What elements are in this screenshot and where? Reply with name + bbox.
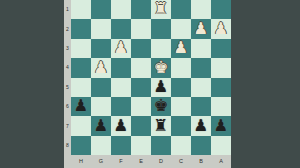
app-screen: 12345678 ♜♟♟♟♟♟♚♟♟♚♟♟♜♟♟ HGFEDCBA — [0, 0, 300, 168]
square-a4[interactable] — [211, 58, 231, 77]
board[interactable]: ♜♟♟♟♟♟♚♟♟♚♟♟♜♟♟ — [71, 0, 231, 155]
square-f2[interactable] — [111, 19, 131, 38]
square-d8[interactable] — [151, 136, 171, 155]
black-pawn-b7[interactable]: ♟ — [194, 117, 209, 134]
rank-label-5: 5 — [64, 78, 71, 97]
square-g5[interactable] — [91, 78, 111, 97]
white-pawn-a2[interactable]: ♟ — [214, 20, 229, 37]
square-e4[interactable] — [131, 58, 151, 77]
square-g1[interactable] — [91, 0, 111, 19]
square-b7[interactable]: ♟ — [191, 116, 211, 135]
square-f7[interactable]: ♟ — [111, 116, 131, 135]
square-h3[interactable] — [71, 39, 91, 58]
file-label-b: B — [191, 159, 211, 165]
square-e5[interactable] — [131, 78, 151, 97]
square-h2[interactable] — [71, 19, 91, 38]
square-g4[interactable]: ♟ — [91, 58, 111, 77]
square-b3[interactable] — [191, 39, 211, 58]
file-label-a: A — [211, 159, 231, 165]
file-label-g: G — [91, 159, 111, 165]
square-b6[interactable] — [191, 97, 211, 116]
square-f8[interactable] — [111, 136, 131, 155]
square-a2[interactable]: ♟ — [211, 19, 231, 38]
square-g6[interactable] — [91, 97, 111, 116]
rank-label-3: 3 — [64, 39, 71, 58]
square-d7[interactable]: ♜ — [151, 116, 171, 135]
black-pawn-g7[interactable]: ♟ — [94, 117, 109, 134]
black-pawn-h6[interactable]: ♟ — [74, 98, 89, 115]
square-c6[interactable] — [171, 97, 191, 116]
square-a8[interactable] — [211, 136, 231, 155]
square-d2[interactable] — [151, 19, 171, 38]
black-pawn-f7[interactable]: ♟ — [114, 117, 129, 134]
file-label-f: F — [111, 159, 131, 165]
rank-labels: 12345678 — [64, 0, 71, 155]
square-h1[interactable] — [71, 0, 91, 19]
white-pawn-b2[interactable]: ♟ — [194, 20, 209, 37]
square-e7[interactable] — [131, 116, 151, 135]
square-h5[interactable] — [71, 78, 91, 97]
square-h8[interactable] — [71, 136, 91, 155]
square-c8[interactable] — [171, 136, 191, 155]
square-a7[interactable]: ♟ — [211, 116, 231, 135]
square-c5[interactable] — [171, 78, 191, 97]
rank-label-4: 4 — [64, 58, 71, 77]
square-f6[interactable] — [111, 97, 131, 116]
black-pawn-a7[interactable]: ♟ — [214, 117, 229, 134]
square-c2[interactable] — [171, 19, 191, 38]
square-d6[interactable]: ♚ — [151, 97, 171, 116]
square-b8[interactable] — [191, 136, 211, 155]
square-g8[interactable] — [91, 136, 111, 155]
black-pawn-d5[interactable]: ♟ — [154, 79, 169, 96]
rank-label-6: 6 — [64, 97, 71, 116]
rank-label-8: 8 — [64, 136, 71, 155]
square-b4[interactable] — [191, 58, 211, 77]
square-d4[interactable]: ♚ — [151, 58, 171, 77]
square-c7[interactable] — [171, 116, 191, 135]
square-f5[interactable] — [111, 78, 131, 97]
square-c1[interactable] — [171, 0, 191, 19]
square-e8[interactable] — [131, 136, 151, 155]
square-g7[interactable]: ♟ — [91, 116, 111, 135]
square-e3[interactable] — [131, 39, 151, 58]
square-h7[interactable] — [71, 116, 91, 135]
file-labels: HGFEDCBA — [64, 155, 231, 168]
square-h4[interactable] — [71, 58, 91, 77]
square-h6[interactable]: ♟ — [71, 97, 91, 116]
square-f4[interactable] — [111, 58, 131, 77]
square-a3[interactable] — [211, 39, 231, 58]
file-label-c: C — [171, 159, 191, 165]
rank-label-2: 2 — [64, 19, 71, 38]
square-b1[interactable] — [191, 0, 211, 19]
square-a6[interactable] — [211, 97, 231, 116]
black-king-d6[interactable]: ♚ — [154, 98, 169, 115]
square-c3[interactable]: ♟ — [171, 39, 191, 58]
black-rook-d7[interactable]: ♜ — [154, 117, 169, 134]
square-f3[interactable]: ♟ — [111, 39, 131, 58]
white-pawn-g4[interactable]: ♟ — [94, 59, 109, 76]
white-rook-d1[interactable]: ♜ — [154, 1, 169, 18]
rank-label-7: 7 — [64, 116, 71, 135]
square-d5[interactable]: ♟ — [151, 78, 171, 97]
file-label-d: D — [151, 159, 171, 165]
square-c4[interactable] — [171, 58, 191, 77]
square-a1[interactable] — [211, 0, 231, 19]
square-e6[interactable] — [131, 97, 151, 116]
square-d1[interactable]: ♜ — [151, 0, 171, 19]
square-g2[interactable] — [91, 19, 111, 38]
square-f1[interactable] — [111, 0, 131, 19]
white-pawn-f3[interactable]: ♟ — [114, 40, 129, 57]
square-e1[interactable] — [131, 0, 151, 19]
square-b5[interactable] — [191, 78, 211, 97]
white-king-d4[interactable]: ♚ — [154, 59, 169, 76]
square-d3[interactable] — [151, 39, 171, 58]
file-label-h: H — [71, 159, 91, 165]
square-g3[interactable] — [91, 39, 111, 58]
square-e2[interactable] — [131, 19, 151, 38]
rank-label-1: 1 — [64, 0, 71, 19]
square-b2[interactable]: ♟ — [191, 19, 211, 38]
white-pawn-c3[interactable]: ♟ — [174, 40, 189, 57]
board-area: 12345678 ♜♟♟♟♟♟♚♟♟♚♟♟♜♟♟ HGFEDCBA — [64, 0, 231, 168]
square-a5[interactable] — [211, 78, 231, 97]
file-label-e: E — [131, 159, 151, 165]
